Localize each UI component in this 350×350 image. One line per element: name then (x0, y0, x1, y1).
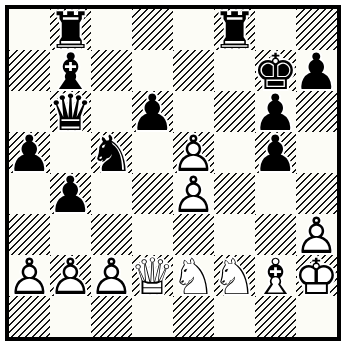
square-g2[interactable]: ♝♗ (255, 255, 296, 296)
square-c7[interactable] (91, 50, 132, 91)
square-a7[interactable] (9, 50, 50, 91)
white-pawn-halo: ♟ (296, 215, 337, 256)
piece-black-pawn: ♟ (50, 174, 91, 215)
square-e1[interactable] (173, 296, 214, 337)
black-rook-halo: ♜ (50, 10, 91, 51)
square-d5[interactable] (132, 132, 173, 173)
square-a5[interactable]: ♟♟ (9, 132, 50, 173)
black-pawn-halo: ♟ (50, 174, 91, 215)
piece-black-king: ♚ (255, 51, 296, 92)
piece-white-pawn: ♙ (50, 256, 91, 297)
square-f1[interactable] (214, 296, 255, 337)
square-b8[interactable]: ♜♜ (50, 9, 91, 50)
square-e6[interactable] (173, 91, 214, 132)
white-pawn-halo: ♟ (173, 133, 214, 174)
black-rook-halo: ♜ (214, 10, 255, 51)
square-b4[interactable]: ♟♟ (50, 173, 91, 214)
piece-white-king: ♔ (296, 256, 337, 297)
square-b6[interactable]: ♛♛ (50, 91, 91, 132)
black-pawn-halo: ♟ (9, 133, 50, 174)
piece-white-knight: ♘ (214, 256, 255, 297)
piece-black-pawn: ♟ (255, 133, 296, 174)
white-knight-halo: ♞ (173, 256, 214, 297)
square-h2[interactable]: ♚♔ (296, 255, 337, 296)
square-f8[interactable]: ♜♜ (214, 9, 255, 50)
square-f7[interactable] (214, 50, 255, 91)
square-a8[interactable] (9, 9, 50, 50)
square-e4[interactable]: ♟♙ (173, 173, 214, 214)
piece-white-queen: ♕ (132, 256, 173, 297)
piece-black-rook: ♜ (214, 10, 255, 51)
white-pawn-halo: ♟ (50, 256, 91, 297)
square-f3[interactable] (214, 214, 255, 255)
black-pawn-halo: ♟ (296, 51, 337, 92)
square-a4[interactable] (9, 173, 50, 214)
square-g7[interactable]: ♚♚ (255, 50, 296, 91)
white-bishop-halo: ♝ (255, 256, 296, 297)
square-b5[interactable] (50, 132, 91, 173)
black-bishop-halo: ♝ (50, 51, 91, 92)
square-e7[interactable] (173, 50, 214, 91)
piece-white-pawn: ♙ (91, 256, 132, 297)
white-knight-halo: ♞ (214, 256, 255, 297)
square-h7[interactable]: ♟♟ (296, 50, 337, 91)
black-queen-halo: ♛ (50, 92, 91, 133)
square-c4[interactable] (91, 173, 132, 214)
white-queen-halo: ♛ (132, 256, 173, 297)
square-g4[interactable] (255, 173, 296, 214)
square-c8[interactable] (91, 9, 132, 50)
square-g3[interactable] (255, 214, 296, 255)
piece-black-pawn: ♟ (9, 133, 50, 174)
square-d4[interactable] (132, 173, 173, 214)
square-h1[interactable] (296, 296, 337, 337)
square-h3[interactable]: ♟♙ (296, 214, 337, 255)
square-e3[interactable] (173, 214, 214, 255)
white-king-halo: ♚ (296, 256, 337, 297)
square-c3[interactable] (91, 214, 132, 255)
piece-white-pawn: ♙ (173, 174, 214, 215)
black-pawn-halo: ♟ (255, 92, 296, 133)
square-b7[interactable]: ♝♝ (50, 50, 91, 91)
piece-black-knight: ♞ (91, 133, 132, 174)
square-a1[interactable] (9, 296, 50, 337)
square-h8[interactable] (296, 9, 337, 50)
piece-black-pawn: ♟ (296, 51, 337, 92)
square-c6[interactable] (91, 91, 132, 132)
square-h6[interactable] (296, 91, 337, 132)
square-d2[interactable]: ♛♕ (132, 255, 173, 296)
square-b1[interactable] (50, 296, 91, 337)
piece-white-bishop: ♗ (255, 256, 296, 297)
square-d3[interactable] (132, 214, 173, 255)
square-c2[interactable]: ♟♙ (91, 255, 132, 296)
piece-white-pawn: ♙ (9, 256, 50, 297)
square-g1[interactable] (255, 296, 296, 337)
square-h5[interactable] (296, 132, 337, 173)
piece-white-knight: ♘ (173, 256, 214, 297)
piece-black-queen: ♛ (50, 92, 91, 133)
black-pawn-halo: ♟ (132, 92, 173, 133)
white-pawn-halo: ♟ (173, 174, 214, 215)
piece-black-pawn: ♟ (132, 92, 173, 133)
square-a2[interactable]: ♟♙ (9, 255, 50, 296)
square-a3[interactable] (9, 214, 50, 255)
square-e5[interactable]: ♟♙ (173, 132, 214, 173)
square-c1[interactable] (91, 296, 132, 337)
black-pawn-halo: ♟ (255, 133, 296, 174)
square-d7[interactable] (132, 50, 173, 91)
square-b3[interactable] (50, 214, 91, 255)
white-pawn-halo: ♟ (91, 256, 132, 297)
chess-board: ♜♜♜♜♝♝♚♚♟♟♛♛♟♟♟♟♟♟♞♞♟♙♟♟♟♟♟♙♟♙♟♙♟♙♟♙♛♕♞♘… (5, 5, 341, 341)
square-b2[interactable]: ♟♙ (50, 255, 91, 296)
black-king-halo: ♚ (255, 51, 296, 92)
square-c5[interactable]: ♞♞ (91, 132, 132, 173)
piece-white-pawn: ♙ (173, 133, 214, 174)
piece-black-pawn: ♟ (255, 92, 296, 133)
piece-black-rook: ♜ (50, 10, 91, 51)
piece-black-bishop: ♝ (50, 51, 91, 92)
square-f4[interactable] (214, 173, 255, 214)
square-e2[interactable]: ♞♘ (173, 255, 214, 296)
square-d8[interactable] (132, 9, 173, 50)
piece-white-pawn: ♙ (296, 215, 337, 256)
square-f6[interactable] (214, 91, 255, 132)
white-pawn-halo: ♟ (9, 256, 50, 297)
square-a6[interactable] (9, 91, 50, 132)
square-e8[interactable] (173, 9, 214, 50)
square-d6[interactable]: ♟♟ (132, 91, 173, 132)
chess-diagram: ♜♜♜♜♝♝♚♚♟♟♛♛♟♟♟♟♟♟♞♞♟♙♟♟♟♟♟♙♟♙♟♙♟♙♟♙♛♕♞♘… (5, 5, 341, 341)
square-g8[interactable] (255, 9, 296, 50)
square-d1[interactable] (132, 296, 173, 337)
square-g6[interactable]: ♟♟ (255, 91, 296, 132)
black-knight-halo: ♞ (91, 133, 132, 174)
square-f2[interactable]: ♞♘ (214, 255, 255, 296)
square-f5[interactable] (214, 132, 255, 173)
square-h4[interactable] (296, 173, 337, 214)
square-g5[interactable]: ♟♟ (255, 132, 296, 173)
